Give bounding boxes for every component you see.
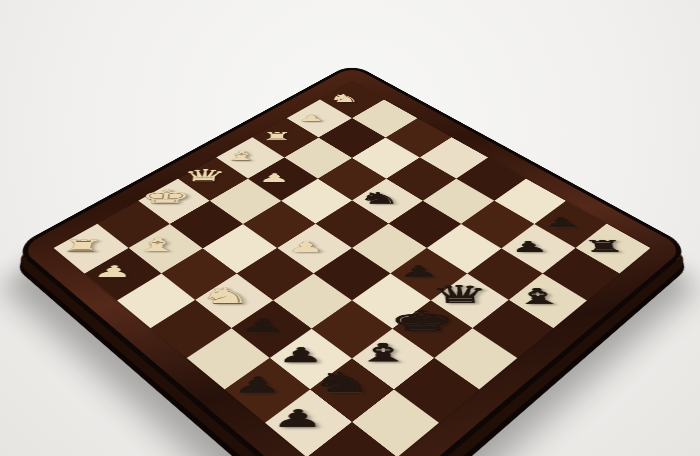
black-pawn-h7: ♟: [271, 407, 325, 431]
white-bishop-d1: ♝: [223, 149, 262, 162]
black-knight-g7: ♞: [309, 369, 374, 397]
black-pawn-b7: ♟: [509, 239, 549, 254]
white-rook-h1: ♜: [60, 238, 106, 254]
chess-board: ♞♟♜♝♟♛♞♚♟♜♟♟♝♜♟♟♝♛♞♚♟♝♟♞♟♟: [13, 63, 692, 456]
black-rook-a8: ♜: [581, 238, 626, 254]
black-king-e7: ♚: [388, 307, 457, 336]
white-bishop-g2: ♝: [132, 236, 182, 254]
white-queen-e1: ♛: [181, 167, 229, 184]
black-bishop-c8: ♝: [510, 285, 566, 306]
white-pawn-e4: ♟: [286, 239, 324, 254]
black-pawn-h6: ♟: [231, 375, 283, 397]
black-pawn-d6: ♟: [399, 264, 440, 280]
white-rook-c1: ♜: [262, 131, 294, 142]
black-knight-c4: ♞: [357, 190, 401, 206]
product-photo: ♞♟♜♝♟♛♞♚♟♜♟♟♝♜♟♟♝♛♞♚♟♝♟♞♟♟: [0, 0, 700, 456]
scene: ♞♟♜♝♟♛♞♚♟♜♟♟♝♜♟♟♝♛♞♚♟♝♟♞♟♟: [0, 0, 700, 456]
board-border: ♞♟♜♝♟♛♞♚♟♜♟♟♝♜♟♟♝♛♞♚♟♝♟♞♟♟: [13, 63, 692, 456]
black-bishop-f7: ♝: [354, 340, 413, 365]
white-knight-a1: ♞: [328, 93, 360, 104]
white-pawn-h2: ♟: [92, 264, 136, 280]
white-king-f1: ♚: [139, 187, 194, 206]
white-pawn-d2: ♟: [258, 172, 291, 184]
white-pawn-b1: ♟: [298, 113, 325, 122]
board-grid: ♞♟♜♝♟♛♞♚♟♜♟♟♝♜♟♟♝♛♞♚♟♝♟♞♟♟: [54, 82, 651, 456]
black-pawn-g6: ♟: [277, 345, 325, 365]
black-queen-d7: ♛: [429, 282, 492, 307]
white-knight-g4: ♞: [197, 285, 254, 307]
black-pawn-a7: ♟: [542, 216, 581, 230]
black-pawn-g5: ♟: [239, 316, 285, 335]
